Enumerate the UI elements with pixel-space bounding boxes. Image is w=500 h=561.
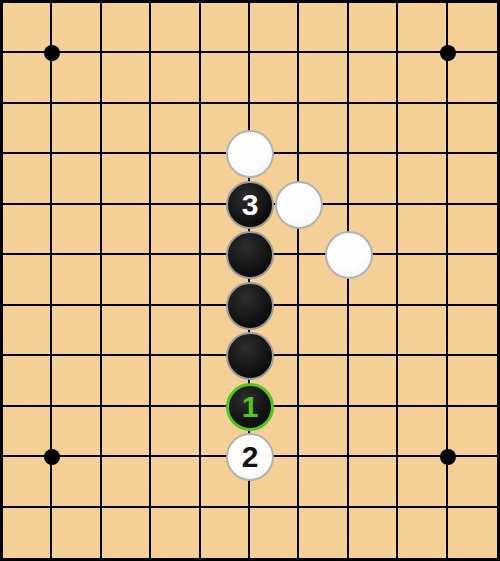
grid-cell (398, 104, 447, 154)
grid-cell (398, 3, 447, 53)
grid-cell (52, 508, 101, 558)
grid-cell (299, 306, 348, 356)
grid-cell (398, 255, 447, 305)
grid-cell (299, 53, 348, 103)
grid-cell (102, 255, 151, 305)
grid-cell (102, 407, 151, 457)
grid-cell (52, 255, 101, 305)
grid-cell (201, 508, 250, 558)
star-point (44, 45, 60, 61)
grid-cell (448, 53, 497, 103)
grid-cell (3, 407, 52, 457)
grid-cell (398, 306, 447, 356)
white-stone (275, 181, 323, 229)
grid-cell (3, 154, 52, 204)
grid-cell (3, 205, 52, 255)
grid-cell (151, 3, 200, 53)
grid-cell (151, 407, 200, 457)
grid-cell (3, 53, 52, 103)
grid-cell (102, 53, 151, 103)
grid-cell (250, 508, 299, 558)
grid-cell (398, 53, 447, 103)
grid-cell (448, 104, 497, 154)
grid-cell (102, 457, 151, 507)
black-stone-move-1: 1 (226, 383, 274, 431)
grid-cell (299, 457, 348, 507)
grid-cell (151, 356, 200, 406)
white-stone-move-2: 2 (226, 433, 274, 481)
grid-cell (349, 53, 398, 103)
grid-cell (52, 154, 101, 204)
grid-cell (52, 356, 101, 406)
grid-cell (448, 356, 497, 406)
white-stone (226, 130, 274, 178)
white-stone (325, 231, 373, 279)
grid-cell (299, 508, 348, 558)
stone-move-number: 3 (242, 190, 259, 220)
grid-cell (102, 205, 151, 255)
black-stone (226, 332, 274, 380)
grid-cell (250, 53, 299, 103)
grid-cell (349, 3, 398, 53)
grid-cell (102, 104, 151, 154)
grid-cell (151, 53, 200, 103)
grid-cell (52, 3, 101, 53)
grid-cell (3, 3, 52, 53)
grid-cell (448, 154, 497, 204)
grid-cell (102, 154, 151, 204)
grid-cell (349, 457, 398, 507)
grid-cell (3, 457, 52, 507)
black-stone (226, 231, 274, 279)
grid-cell (448, 306, 497, 356)
grid-cell (151, 306, 200, 356)
grid-cell (201, 3, 250, 53)
grid-cell (349, 508, 398, 558)
grid-cell (349, 306, 398, 356)
grid-cell (448, 255, 497, 305)
grid-cell (448, 457, 497, 507)
grid-cell (102, 356, 151, 406)
grid-cell (349, 154, 398, 204)
star-point (44, 449, 60, 465)
stone-move-number: 1 (242, 392, 259, 422)
grid-cell (448, 407, 497, 457)
grid-cell (102, 3, 151, 53)
grid-cell (299, 407, 348, 457)
grid-cell (102, 508, 151, 558)
star-point (440, 45, 456, 61)
stone-move-number: 2 (242, 442, 259, 472)
grid-cell (3, 508, 52, 558)
grid-cell (349, 407, 398, 457)
grid-cell (448, 3, 497, 53)
grid-cell (52, 407, 101, 457)
grid-cell (3, 356, 52, 406)
grid-cell (3, 306, 52, 356)
grid-cell (151, 457, 200, 507)
grid-cell (52, 104, 101, 154)
star-point (440, 449, 456, 465)
grid-cell (52, 53, 101, 103)
grid-cell (299, 356, 348, 406)
grid-cell (349, 356, 398, 406)
grid-cell (3, 255, 52, 305)
grid-cell (398, 457, 447, 507)
grid-cell (151, 104, 200, 154)
black-stone (226, 282, 274, 330)
grid-cell (3, 104, 52, 154)
grid-cell (151, 508, 200, 558)
grid-cell (52, 306, 101, 356)
grid-cell (52, 457, 101, 507)
grid-cell (151, 154, 200, 204)
grid-cell (349, 104, 398, 154)
grid-cell (201, 53, 250, 103)
grid-cell (398, 407, 447, 457)
grid-cell (250, 3, 299, 53)
grid-cell (299, 104, 348, 154)
grid-cell (398, 205, 447, 255)
black-stone-move-3: 3 (226, 181, 274, 229)
grid-cell (448, 205, 497, 255)
grid-cell (299, 3, 348, 53)
grid-cell (398, 508, 447, 558)
grid-cell (52, 205, 101, 255)
grid-cell (102, 306, 151, 356)
grid-cell (398, 154, 447, 204)
grid-cell (151, 205, 200, 255)
grid-cell (448, 508, 497, 558)
goban[interactable]: 312 (0, 0, 500, 561)
grid-cell (398, 356, 447, 406)
grid-cell (151, 255, 200, 305)
